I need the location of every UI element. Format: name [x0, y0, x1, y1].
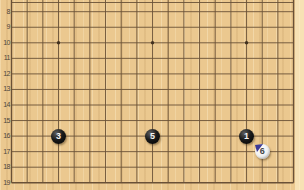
go-board[interactable]: 8910111213141516171819 1356: [0, 0, 304, 190]
last-move-marker-icon: [254, 143, 264, 153]
black-stone-move-3: 3: [51, 129, 66, 144]
stone-number: 1: [244, 132, 249, 141]
row-label-14: 14: [0, 101, 10, 109]
black-stone-move-1: 1: [239, 129, 254, 144]
star-point: [57, 41, 60, 44]
star-point: [245, 41, 248, 44]
row-label-19: 19: [0, 179, 10, 187]
row-label-9: 9: [0, 23, 10, 31]
row-label-11: 11: [0, 54, 10, 62]
row-label-15: 15: [0, 117, 10, 125]
row-label-10: 10: [0, 39, 10, 47]
row-label-12: 12: [0, 70, 10, 78]
stone-number: 3: [56, 132, 61, 141]
star-point: [151, 41, 154, 44]
row-label-17: 17: [0, 148, 10, 156]
row-label-18: 18: [0, 163, 10, 171]
row-label-13: 13: [0, 85, 10, 93]
row-label-16: 16: [0, 132, 10, 140]
go-grid-lines: [0, 0, 304, 190]
black-stone-move-5: 5: [145, 129, 160, 144]
row-label-8: 8: [0, 8, 10, 16]
stone-number: 5: [150, 132, 155, 141]
white-stone-move-6: 6: [255, 144, 270, 159]
